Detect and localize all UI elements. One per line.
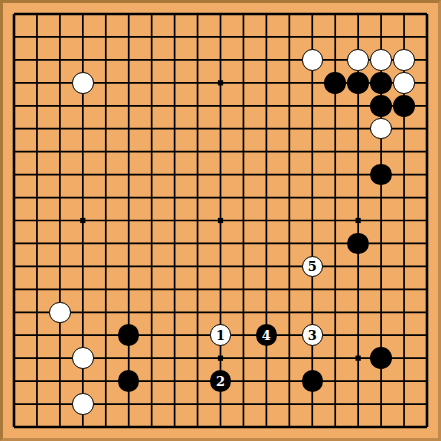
move-number-label: 5	[308, 260, 317, 273]
black-stone	[370, 347, 392, 369]
black-stone	[347, 233, 369, 255]
white-stone	[370, 118, 392, 140]
move-number-label: 4	[262, 329, 271, 342]
move-number-label: 3	[308, 329, 317, 342]
white-stone	[393, 72, 415, 94]
black-stone	[324, 72, 346, 94]
white-stone	[49, 302, 71, 324]
white-stone	[370, 49, 392, 71]
stones-layer: 51432	[3, 3, 439, 439]
white-stone	[72, 347, 94, 369]
white-stone	[72, 393, 94, 415]
move-number-label: 1	[216, 329, 225, 342]
white-stone	[302, 49, 324, 71]
white-stone-move-5: 5	[302, 256, 324, 278]
black-stone	[370, 164, 392, 186]
black-stone-move-2: 2	[210, 370, 232, 392]
black-stone	[370, 72, 392, 94]
black-stone	[118, 324, 140, 346]
white-stone-move-3: 3	[302, 324, 324, 346]
white-stone	[72, 72, 94, 94]
black-stone	[393, 95, 415, 117]
black-stone	[347, 72, 369, 94]
go-board: 51432	[0, 0, 441, 441]
move-number-label: 2	[216, 375, 225, 388]
white-stone	[347, 49, 369, 71]
black-stone	[302, 370, 324, 392]
black-stone	[370, 95, 392, 117]
white-stone-move-1: 1	[210, 324, 232, 346]
black-stone	[118, 370, 140, 392]
white-stone	[393, 49, 415, 71]
black-stone-move-4: 4	[256, 324, 278, 346]
